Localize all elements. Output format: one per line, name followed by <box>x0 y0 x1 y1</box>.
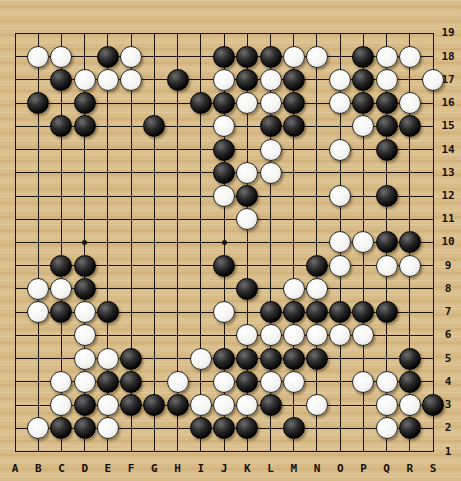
stone-black[interactable] <box>213 46 235 68</box>
stone-white[interactable] <box>260 371 282 393</box>
stone-black[interactable] <box>399 348 421 370</box>
stone-white[interactable] <box>376 69 398 91</box>
column-label-O: O <box>330 462 350 476</box>
stone-white[interactable] <box>329 185 351 207</box>
stone-black[interactable] <box>213 92 235 114</box>
row-label-18: 18 <box>435 50 461 64</box>
stone-black[interactable] <box>213 417 235 439</box>
column-label-I: I <box>191 462 211 476</box>
stone-white[interactable] <box>260 162 282 184</box>
stone-white[interactable] <box>213 115 235 137</box>
stone-black[interactable] <box>260 348 282 370</box>
column-label-F: F <box>121 462 141 476</box>
stone-white[interactable] <box>50 278 72 300</box>
column-label-P: P <box>353 462 373 476</box>
column-label-E: E <box>98 462 118 476</box>
row-label-10: 10 <box>435 235 461 249</box>
stone-black[interactable] <box>352 69 374 91</box>
stone-white[interactable] <box>74 301 96 323</box>
stone-white[interactable] <box>190 348 212 370</box>
stone-black[interactable] <box>422 394 444 416</box>
column-label-S: S <box>423 462 443 476</box>
stone-black[interactable] <box>283 69 305 91</box>
stone-white[interactable] <box>74 324 96 346</box>
row-label-19: 19 <box>435 26 461 40</box>
row-label-9: 9 <box>435 259 461 273</box>
stone-black[interactable] <box>352 301 374 323</box>
stone-black[interactable] <box>74 278 96 300</box>
stone-black[interactable] <box>74 394 96 416</box>
stone-black[interactable] <box>190 417 212 439</box>
column-label-N: N <box>307 462 327 476</box>
stone-white[interactable] <box>306 278 328 300</box>
stone-white[interactable] <box>306 324 328 346</box>
stone-white[interactable] <box>399 394 421 416</box>
stone-black[interactable] <box>143 115 165 137</box>
stone-black[interactable] <box>306 301 328 323</box>
stone-white[interactable] <box>260 69 282 91</box>
stone-white[interactable] <box>236 324 258 346</box>
row-label-4: 4 <box>435 375 461 389</box>
stone-white[interactable] <box>167 371 189 393</box>
stone-black[interactable] <box>190 92 212 114</box>
column-label-R: R <box>400 462 420 476</box>
row-label-15: 15 <box>435 119 461 133</box>
stone-white[interactable] <box>399 92 421 114</box>
stone-black[interactable] <box>236 348 258 370</box>
column-label-G: G <box>144 462 164 476</box>
column-label-Q: Q <box>377 462 397 476</box>
stone-white[interactable] <box>260 324 282 346</box>
stone-white[interactable] <box>306 46 328 68</box>
stone-white[interactable] <box>213 69 235 91</box>
row-label-2: 2 <box>435 421 461 435</box>
stone-white[interactable] <box>399 46 421 68</box>
stone-black[interactable] <box>260 115 282 137</box>
stone-black[interactable] <box>376 185 398 207</box>
stone-white[interactable] <box>190 394 212 416</box>
stone-white[interactable] <box>352 324 374 346</box>
stone-white[interactable] <box>283 324 305 346</box>
stone-white[interactable] <box>120 46 142 68</box>
column-label-D: D <box>75 462 95 476</box>
stone-black[interactable] <box>213 139 235 161</box>
stone-white[interactable] <box>97 417 119 439</box>
row-label-16: 16 <box>435 96 461 110</box>
stone-black[interactable] <box>260 301 282 323</box>
stone-black[interactable] <box>283 348 305 370</box>
stone-white[interactable] <box>376 417 398 439</box>
stone-black[interactable] <box>399 371 421 393</box>
stone-white[interactable] <box>283 371 305 393</box>
stone-black[interactable] <box>97 46 119 68</box>
stone-black[interactable] <box>74 92 96 114</box>
column-label-A: A <box>5 462 25 476</box>
stone-white[interactable] <box>213 301 235 323</box>
stone-black[interactable] <box>376 92 398 114</box>
stone-white[interactable] <box>236 162 258 184</box>
stone-black[interactable] <box>376 301 398 323</box>
stone-black[interactable] <box>260 394 282 416</box>
row-label-7: 7 <box>435 305 461 319</box>
stone-black[interactable] <box>399 417 421 439</box>
stone-black[interactable] <box>352 46 374 68</box>
stone-black[interactable] <box>329 301 351 323</box>
grid-line-vertical <box>316 33 317 452</box>
stone-white[interactable] <box>236 92 258 114</box>
stone-black[interactable] <box>306 255 328 277</box>
stone-white[interactable] <box>236 394 258 416</box>
column-label-H: H <box>168 462 188 476</box>
stone-black[interactable] <box>283 301 305 323</box>
stone-black[interactable] <box>213 255 235 277</box>
stone-white[interactable] <box>50 371 72 393</box>
stone-black[interactable] <box>236 417 258 439</box>
stone-white[interactable] <box>376 394 398 416</box>
star-point <box>82 240 87 245</box>
grid-line-vertical <box>433 33 434 452</box>
stone-black[interactable] <box>74 417 96 439</box>
stone-black[interactable] <box>376 115 398 137</box>
stone-white[interactable] <box>27 417 49 439</box>
stone-black[interactable] <box>399 231 421 253</box>
stone-black[interactable] <box>283 92 305 114</box>
stone-black[interactable] <box>50 255 72 277</box>
star-point <box>222 240 227 245</box>
stone-black[interactable] <box>213 162 235 184</box>
stone-white[interactable] <box>352 231 374 253</box>
column-label-L: L <box>261 462 281 476</box>
stone-white[interactable] <box>329 231 351 253</box>
stone-black[interactable] <box>213 348 235 370</box>
stone-white[interactable] <box>329 139 351 161</box>
stone-white[interactable] <box>260 139 282 161</box>
stone-white[interactable] <box>283 278 305 300</box>
stone-white[interactable] <box>376 46 398 68</box>
stone-black[interactable] <box>306 348 328 370</box>
row-label-6: 6 <box>435 328 461 342</box>
stone-black[interactable] <box>120 394 142 416</box>
column-label-J: J <box>214 462 234 476</box>
stone-white[interactable] <box>27 301 49 323</box>
stone-black[interactable] <box>352 92 374 114</box>
row-label-5: 5 <box>435 352 461 366</box>
stone-black[interactable] <box>50 115 72 137</box>
row-label-13: 13 <box>435 166 461 180</box>
stone-white[interactable] <box>376 371 398 393</box>
stone-white[interactable] <box>74 69 96 91</box>
stone-black[interactable] <box>50 301 72 323</box>
stone-black[interactable] <box>376 231 398 253</box>
stone-white[interactable] <box>422 69 444 91</box>
stone-black[interactable] <box>399 115 421 137</box>
stone-white[interactable] <box>260 92 282 114</box>
stone-black[interactable] <box>120 348 142 370</box>
stone-black[interactable] <box>50 69 72 91</box>
stone-white[interactable] <box>329 92 351 114</box>
stone-black[interactable] <box>120 371 142 393</box>
stone-black[interactable] <box>50 417 72 439</box>
stone-black[interactable] <box>283 417 305 439</box>
stone-black[interactable] <box>236 371 258 393</box>
stone-black[interactable] <box>236 69 258 91</box>
column-label-M: M <box>284 462 304 476</box>
stone-white[interactable] <box>213 394 235 416</box>
stone-white[interactable] <box>283 46 305 68</box>
row-label-11: 11 <box>435 212 461 226</box>
stone-black[interactable] <box>74 115 96 137</box>
stone-black[interactable] <box>236 46 258 68</box>
column-label-C: C <box>51 462 71 476</box>
go-board-screenshot: ABCDEFGHIJKLMNOPQRS 19181716151413121110… <box>0 0 461 481</box>
stone-white[interactable] <box>97 348 119 370</box>
row-label-12: 12 <box>435 189 461 203</box>
stone-white[interactable] <box>352 371 374 393</box>
stone-black[interactable] <box>283 115 305 137</box>
stone-white[interactable] <box>120 69 142 91</box>
stone-white[interactable] <box>399 255 421 277</box>
column-label-B: B <box>28 462 48 476</box>
stone-white[interactable] <box>329 324 351 346</box>
column-label-K: K <box>237 462 257 476</box>
stone-black[interactable] <box>167 394 189 416</box>
stone-white[interactable] <box>306 394 328 416</box>
stone-black[interactable] <box>236 185 258 207</box>
stone-white[interactable] <box>236 208 258 230</box>
stone-white[interactable] <box>213 185 235 207</box>
stone-white[interactable] <box>329 255 351 277</box>
stone-white[interactable] <box>352 115 374 137</box>
stone-black[interactable] <box>260 46 282 68</box>
stone-white[interactable] <box>27 46 49 68</box>
grid-line-horizontal <box>15 451 434 452</box>
stone-white[interactable] <box>97 394 119 416</box>
stone-black[interactable] <box>97 371 119 393</box>
stone-white[interactable] <box>376 255 398 277</box>
stone-white[interactable] <box>50 394 72 416</box>
row-label-8: 8 <box>435 282 461 296</box>
stone-black[interactable] <box>167 69 189 91</box>
stone-black[interactable] <box>143 394 165 416</box>
stone-white[interactable] <box>74 371 96 393</box>
stone-white[interactable] <box>213 371 235 393</box>
stone-black[interactable] <box>376 139 398 161</box>
row-label-1: 1 <box>435 445 461 459</box>
stone-black[interactable] <box>236 278 258 300</box>
stone-white[interactable] <box>27 278 49 300</box>
stone-white[interactable] <box>74 348 96 370</box>
stone-white[interactable] <box>329 69 351 91</box>
stone-white[interactable] <box>50 46 72 68</box>
stone-white[interactable] <box>97 69 119 91</box>
row-label-14: 14 <box>435 143 461 157</box>
stone-black[interactable] <box>27 92 49 114</box>
stone-black[interactable] <box>74 255 96 277</box>
stone-black[interactable] <box>97 301 119 323</box>
